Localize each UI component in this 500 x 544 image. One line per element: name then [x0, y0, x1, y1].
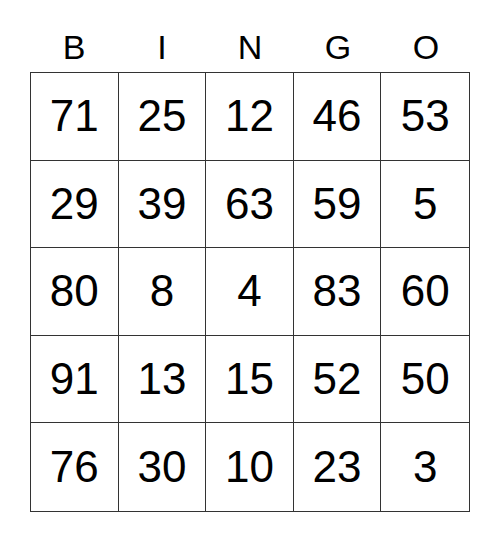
bingo-cell-r5c4[interactable]: 23 [294, 423, 382, 511]
bingo-header: B I N G O [30, 0, 470, 72]
header-letter-o: O [382, 0, 470, 72]
bingo-cell-r2c3[interactable]: 63 [206, 161, 294, 249]
bingo-cell-r5c3[interactable]: 10 [206, 423, 294, 511]
bingo-cell-r3c1[interactable]: 80 [31, 248, 119, 336]
bingo-cell-r3c2[interactable]: 8 [119, 248, 207, 336]
header-letter-b: B [30, 0, 118, 72]
bingo-cell-r1c3[interactable]: 12 [206, 73, 294, 161]
bingo-cell-r5c5[interactable]: 3 [381, 423, 469, 511]
bingo-cell-r5c2[interactable]: 30 [119, 423, 207, 511]
bingo-cell-r3c3[interactable]: 4 [206, 248, 294, 336]
header-letter-i: I [118, 0, 206, 72]
header-letter-n: N [206, 0, 294, 72]
bingo-cell-r3c5[interactable]: 60 [381, 248, 469, 336]
header-letter-g: G [294, 0, 382, 72]
bingo-cell-r4c1[interactable]: 91 [31, 336, 119, 424]
bingo-cell-r2c4[interactable]: 59 [294, 161, 382, 249]
bingo-cell-r5c1[interactable]: 76 [31, 423, 119, 511]
bingo-cell-r2c5[interactable]: 5 [381, 161, 469, 249]
bingo-cell-r4c5[interactable]: 50 [381, 336, 469, 424]
bingo-cell-r2c2[interactable]: 39 [119, 161, 207, 249]
bingo-cell-r4c2[interactable]: 13 [119, 336, 207, 424]
bingo-cell-r1c5[interactable]: 53 [381, 73, 469, 161]
bingo-cell-r2c1[interactable]: 29 [31, 161, 119, 249]
bingo-cell-r4c4[interactable]: 52 [294, 336, 382, 424]
bingo-card: B I N G O 71 25 12 46 53 29 39 63 59 5 8… [0, 0, 500, 544]
bingo-grid: 71 25 12 46 53 29 39 63 59 5 80 8 4 83 6… [30, 72, 470, 512]
bingo-cell-r1c2[interactable]: 25 [119, 73, 207, 161]
bingo-cell-r1c1[interactable]: 71 [31, 73, 119, 161]
bingo-cell-r4c3[interactable]: 15 [206, 336, 294, 424]
bingo-cell-r3c4[interactable]: 83 [294, 248, 382, 336]
bingo-cell-r1c4[interactable]: 46 [294, 73, 382, 161]
